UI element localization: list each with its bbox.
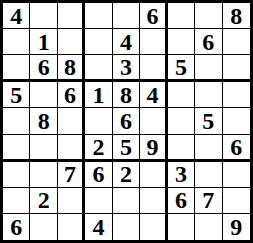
cell-r9c9[interactable]: 9 [223, 214, 250, 240]
cell-r2c8[interactable]: 6 [195, 29, 222, 55]
cell-r7c4[interactable]: 6 [85, 162, 112, 188]
cell-r1c8[interactable] [195, 3, 222, 29]
cell-r7c9[interactable] [223, 162, 250, 188]
cell-r7c8[interactable] [195, 162, 222, 188]
cell-r6c7[interactable] [168, 135, 195, 162]
cell-r6c9[interactable]: 6 [223, 135, 250, 162]
cell-r4c3[interactable]: 6 [58, 82, 85, 108]
cell-r4c8[interactable] [195, 82, 222, 108]
cell-r1c2[interactable] [30, 3, 57, 29]
cell-r8c7[interactable]: 6 [168, 188, 195, 214]
cell-r8c9[interactable] [223, 188, 250, 214]
cell-r3c6[interactable] [140, 55, 167, 82]
cell-r1c5[interactable] [113, 3, 140, 29]
cell-r7c1[interactable] [3, 162, 30, 188]
cell-r2c9[interactable] [223, 29, 250, 55]
cell-r8c8[interactable]: 7 [195, 188, 222, 214]
cell-r3c3[interactable]: 8 [58, 55, 85, 82]
cell-r8c4[interactable] [85, 188, 112, 214]
cell-r9c1[interactable]: 6 [3, 214, 30, 240]
cell-r7c2[interactable] [30, 162, 57, 188]
cell-r7c5[interactable]: 2 [113, 162, 140, 188]
cell-r9c5[interactable] [113, 214, 140, 240]
cell-r1c1[interactable]: 4 [3, 3, 30, 29]
cell-r1c9[interactable]: 8 [223, 3, 250, 29]
cell-r6c3[interactable] [58, 135, 85, 162]
cell-r8c1[interactable] [3, 188, 30, 214]
cell-r5c1[interactable] [3, 108, 30, 134]
cell-r3c2[interactable]: 6 [30, 55, 57, 82]
cell-r5c7[interactable] [168, 108, 195, 134]
cell-r1c7[interactable] [168, 3, 195, 29]
cell-r3c8[interactable] [195, 55, 222, 82]
cell-r7c6[interactable] [140, 162, 167, 188]
cell-r9c3[interactable] [58, 214, 85, 240]
cell-r2c4[interactable] [85, 29, 112, 55]
cell-r6c5[interactable]: 5 [113, 135, 140, 162]
cell-r3c4[interactable] [85, 55, 112, 82]
cell-r2c3[interactable] [58, 29, 85, 55]
cell-r4c6[interactable]: 4 [140, 82, 167, 108]
cell-r9c4[interactable]: 4 [85, 214, 112, 240]
cell-r4c5[interactable]: 8 [113, 82, 140, 108]
cell-r6c1[interactable] [3, 135, 30, 162]
cell-r9c2[interactable] [30, 214, 57, 240]
cell-r2c7[interactable] [168, 29, 195, 55]
cell-r2c2[interactable]: 1 [30, 29, 57, 55]
cell-r2c6[interactable] [140, 29, 167, 55]
cell-r8c5[interactable] [113, 188, 140, 214]
cell-r6c2[interactable] [30, 135, 57, 162]
cell-r9c6[interactable] [140, 214, 167, 240]
cell-r7c7[interactable]: 3 [168, 162, 195, 188]
cell-r5c5[interactable]: 6 [113, 108, 140, 134]
cell-r6c6[interactable]: 9 [140, 135, 167, 162]
cell-r8c2[interactable]: 2 [30, 188, 57, 214]
cell-r4c2[interactable] [30, 82, 57, 108]
cell-r6c4[interactable]: 2 [85, 135, 112, 162]
cell-r3c5[interactable]: 3 [113, 55, 140, 82]
cell-r7c3[interactable]: 7 [58, 162, 85, 188]
cell-r3c1[interactable] [3, 55, 30, 82]
cell-r2c1[interactable] [3, 29, 30, 55]
cell-r3c7[interactable]: 5 [168, 55, 195, 82]
cell-r1c3[interactable] [58, 3, 85, 29]
cell-r5c6[interactable] [140, 108, 167, 134]
cell-r5c4[interactable] [85, 108, 112, 134]
cell-r5c2[interactable]: 8 [30, 108, 57, 134]
cell-r1c4[interactable] [85, 3, 112, 29]
cell-r5c9[interactable] [223, 108, 250, 134]
cell-r4c4[interactable]: 1 [85, 82, 112, 108]
cell-r8c6[interactable] [140, 188, 167, 214]
cell-r4c9[interactable] [223, 82, 250, 108]
cell-r2c5[interactable]: 4 [113, 29, 140, 55]
cell-r5c3[interactable] [58, 108, 85, 134]
cell-r1c6[interactable]: 6 [140, 3, 167, 29]
cell-r8c3[interactable] [58, 188, 85, 214]
cell-r5c8[interactable]: 5 [195, 108, 222, 134]
cell-r6c8[interactable] [195, 135, 222, 162]
sudoku-board: 46814668355618486525967623267649 [0, 0, 253, 243]
cell-r3c9[interactable] [223, 55, 250, 82]
cell-r4c7[interactable] [168, 82, 195, 108]
cell-r9c7[interactable] [168, 214, 195, 240]
cell-r9c8[interactable] [195, 214, 222, 240]
cell-r4c1[interactable]: 5 [3, 82, 30, 108]
